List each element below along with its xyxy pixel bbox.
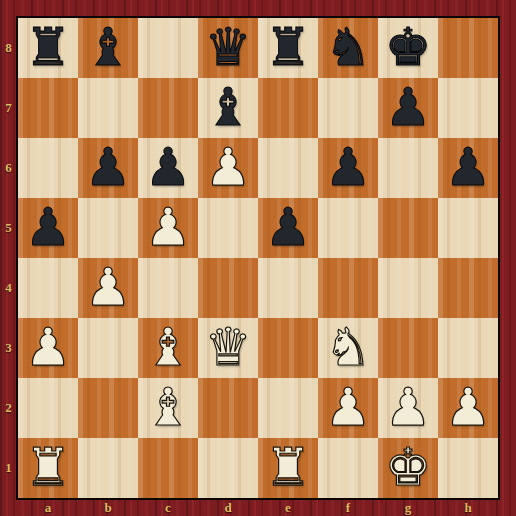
square-e5[interactable]: ♟ (258, 198, 318, 258)
square-b3[interactable] (78, 318, 138, 378)
square-d5[interactable] (198, 198, 258, 258)
black-pawn-g7[interactable]: ♟ (385, 81, 432, 133)
black-pawn-f6[interactable]: ♟ (325, 141, 372, 193)
black-bishop-b8[interactable]: ♝ (85, 21, 132, 73)
square-f2[interactable]: ♟ (318, 378, 378, 438)
rank-label-1: 1 (0, 438, 17, 498)
square-e6[interactable] (258, 138, 318, 198)
square-c3[interactable]: ♝ (138, 318, 198, 378)
square-b4[interactable]: ♟ (78, 258, 138, 318)
white-pawn-h2[interactable]: ♟ (445, 381, 492, 433)
black-pawn-c6[interactable]: ♟ (145, 141, 192, 193)
rank-label-6: 6 (0, 138, 17, 198)
square-f6[interactable]: ♟ (318, 138, 378, 198)
black-knight-f8[interactable]: ♞ (325, 21, 372, 73)
white-pawn-d6[interactable]: ♟ (205, 141, 252, 193)
square-a3[interactable]: ♟ (18, 318, 78, 378)
rank-label-7: 7 (0, 78, 17, 138)
white-bishop-c2[interactable]: ♝ (145, 381, 192, 433)
black-pawn-e5[interactable]: ♟ (265, 201, 312, 253)
black-pawn-b6[interactable]: ♟ (85, 141, 132, 193)
file-label-f: f (318, 499, 378, 516)
square-d7[interactable]: ♝ (198, 78, 258, 138)
square-c4[interactable] (138, 258, 198, 318)
black-rook-a8[interactable]: ♜ (25, 21, 72, 73)
white-king-g1[interactable]: ♚ (385, 441, 432, 493)
square-c5[interactable]: ♟ (138, 198, 198, 258)
square-g4[interactable] (378, 258, 438, 318)
square-f8[interactable]: ♞ (318, 18, 378, 78)
square-a2[interactable] (18, 378, 78, 438)
file-label-a: a (18, 499, 78, 516)
rank-label-8: 8 (0, 18, 17, 78)
black-queen-d8[interactable]: ♛ (205, 21, 252, 73)
square-a8[interactable]: ♜ (18, 18, 78, 78)
square-c6[interactable]: ♟ (138, 138, 198, 198)
file-label-c: c (138, 499, 198, 516)
square-b8[interactable]: ♝ (78, 18, 138, 78)
square-g3[interactable] (378, 318, 438, 378)
square-d3[interactable]: ♛ (198, 318, 258, 378)
file-label-h: h (438, 499, 498, 516)
square-a5[interactable]: ♟ (18, 198, 78, 258)
square-h2[interactable]: ♟ (438, 378, 498, 438)
black-rook-e8[interactable]: ♜ (265, 21, 312, 73)
square-g1[interactable]: ♚ (378, 438, 438, 498)
white-knight-f3[interactable]: ♞ (325, 321, 372, 373)
board: ♜♝♛♜♞♚♝♟♟♟♟♟♟♟♟♟♟♟♝♛♞♝♟♟♟♜♜♚ (18, 18, 498, 498)
white-rook-a1[interactable]: ♜ (25, 441, 72, 493)
square-b6[interactable]: ♟ (78, 138, 138, 198)
square-b5[interactable] (78, 198, 138, 258)
square-f7[interactable] (318, 78, 378, 138)
square-h8[interactable] (438, 18, 498, 78)
square-c7[interactable] (138, 78, 198, 138)
square-f3[interactable]: ♞ (318, 318, 378, 378)
white-queen-d3[interactable]: ♛ (205, 321, 252, 373)
white-rook-e1[interactable]: ♜ (265, 441, 312, 493)
square-c1[interactable] (138, 438, 198, 498)
file-label-d: d (198, 499, 258, 516)
white-pawn-c5[interactable]: ♟ (145, 201, 192, 253)
square-g2[interactable]: ♟ (378, 378, 438, 438)
square-b7[interactable] (78, 78, 138, 138)
black-pawn-a5[interactable]: ♟ (25, 201, 72, 253)
square-g8[interactable]: ♚ (378, 18, 438, 78)
square-d6[interactable]: ♟ (198, 138, 258, 198)
black-king-g8[interactable]: ♚ (385, 21, 432, 73)
square-a1[interactable]: ♜ (18, 438, 78, 498)
square-b2[interactable] (78, 378, 138, 438)
square-h6[interactable]: ♟ (438, 138, 498, 198)
white-pawn-b4[interactable]: ♟ (85, 261, 132, 313)
square-g5[interactable] (378, 198, 438, 258)
square-h4[interactable] (438, 258, 498, 318)
white-bishop-c3[interactable]: ♝ (145, 321, 192, 373)
square-a4[interactable] (18, 258, 78, 318)
square-e1[interactable]: ♜ (258, 438, 318, 498)
square-g6[interactable] (378, 138, 438, 198)
square-e2[interactable] (258, 378, 318, 438)
square-g7[interactable]: ♟ (378, 78, 438, 138)
rank-label-2: 2 (0, 378, 17, 438)
square-h1[interactable] (438, 438, 498, 498)
square-e7[interactable] (258, 78, 318, 138)
square-h7[interactable] (438, 78, 498, 138)
square-a7[interactable] (18, 78, 78, 138)
square-h5[interactable] (438, 198, 498, 258)
chess-board-frame: ♜♝♛♜♞♚♝♟♟♟♟♟♟♟♟♟♟♟♝♛♞♝♟♟♟♜♜♚ 87654321abc… (0, 0, 516, 516)
square-d4[interactable] (198, 258, 258, 318)
file-label-g: g (378, 499, 438, 516)
rank-label-4: 4 (0, 258, 17, 318)
black-pawn-h6[interactable]: ♟ (445, 141, 492, 193)
square-d1[interactable] (198, 438, 258, 498)
square-e3[interactable] (258, 318, 318, 378)
square-a6[interactable] (18, 138, 78, 198)
rank-label-3: 3 (0, 318, 17, 378)
square-f4[interactable] (318, 258, 378, 318)
square-d8[interactable]: ♛ (198, 18, 258, 78)
file-label-b: b (78, 499, 138, 516)
square-c8[interactable] (138, 18, 198, 78)
square-d2[interactable] (198, 378, 258, 438)
square-e8[interactable]: ♜ (258, 18, 318, 78)
white-pawn-a3[interactable]: ♟ (25, 321, 72, 373)
square-f5[interactable] (318, 198, 378, 258)
rank-label-5: 5 (0, 198, 17, 258)
square-e4[interactable] (258, 258, 318, 318)
square-h3[interactable] (438, 318, 498, 378)
white-pawn-f2[interactable]: ♟ (325, 381, 372, 433)
file-label-e: e (258, 499, 318, 516)
black-bishop-d7[interactable]: ♝ (205, 81, 252, 133)
square-b1[interactable] (78, 438, 138, 498)
white-pawn-g2[interactable]: ♟ (385, 381, 432, 433)
square-f1[interactable] (318, 438, 378, 498)
square-c2[interactable]: ♝ (138, 378, 198, 438)
